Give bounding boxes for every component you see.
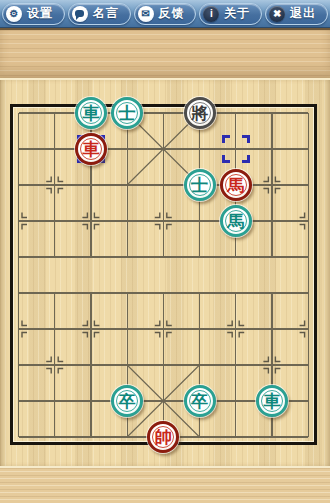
piece-red-horse[interactable]: 馬 — [220, 169, 252, 201]
red-chariot-glyph: 車 — [78, 136, 104, 162]
piece-red-chariot[interactable]: 車 — [75, 133, 107, 165]
black-advisor-glyph: 士 — [114, 100, 140, 126]
black-horse-glyph: 馬 — [223, 208, 249, 234]
black-soldier-glyph: 卒 — [114, 388, 140, 414]
piece-black-advisor[interactable]: 士 — [184, 169, 216, 201]
black-soldier-glyph: 卒 — [187, 388, 213, 414]
piece-black-advisor[interactable]: 士 — [111, 97, 143, 129]
piece-black-general[interactable]: 將 — [184, 97, 216, 129]
black-chariot-glyph: 車 — [259, 388, 285, 414]
piece-black-chariot[interactable]: 車 — [256, 385, 288, 417]
piece-black-soldier[interactable]: 卒 — [111, 385, 143, 417]
move-highlight-move-from — [222, 135, 250, 163]
piece-red-general[interactable]: 帥 — [147, 421, 179, 453]
black-advisor-glyph: 士 — [187, 172, 213, 198]
red-general-glyph: 帥 — [150, 424, 176, 450]
piece-black-chariot[interactable]: 車 — [75, 97, 107, 129]
black-chariot-glyph: 車 — [78, 100, 104, 126]
piece-black-horse[interactable]: 馬 — [220, 205, 252, 237]
piece-black-soldier[interactable]: 卒 — [184, 385, 216, 417]
black-general-glyph: 將 — [187, 100, 213, 126]
red-horse-glyph: 馬 — [223, 172, 249, 198]
